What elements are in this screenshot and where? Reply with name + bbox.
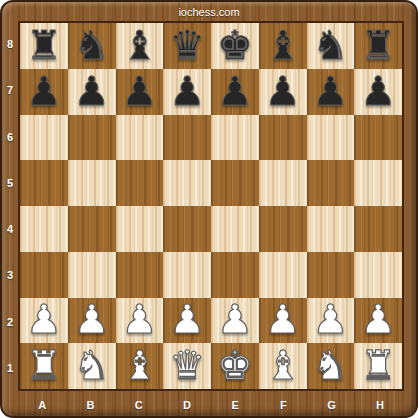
square-g1[interactable]: ♞ bbox=[307, 343, 355, 389]
white-pawn-g2[interactable]: ♟ bbox=[312, 299, 348, 339]
rank-label-4: 4 bbox=[2, 206, 18, 252]
white-bishop-f1[interactable]: ♝ bbox=[265, 345, 301, 385]
file-label-f: F bbox=[259, 391, 307, 418]
white-pawn-b2[interactable]: ♟ bbox=[74, 299, 110, 339]
square-c4[interactable] bbox=[116, 206, 164, 252]
black-bishop-c8[interactable]: ♝ bbox=[121, 25, 157, 65]
white-rook-a1[interactable]: ♜ bbox=[26, 345, 62, 385]
square-f5[interactable] bbox=[259, 160, 307, 206]
square-b2[interactable]: ♟ bbox=[68, 298, 116, 344]
square-b7[interactable]: ♟ bbox=[68, 69, 116, 115]
square-d4[interactable] bbox=[163, 206, 211, 252]
square-d7[interactable]: ♟ bbox=[163, 69, 211, 115]
square-a3[interactable] bbox=[20, 252, 68, 298]
black-pawn-h7[interactable]: ♟ bbox=[360, 71, 396, 111]
square-a6[interactable] bbox=[20, 115, 68, 161]
board: ♜♞♝♛♚♝♞♜♟♟♟♟♟♟♟♟♟♟♟♟♟♟♟♟♜♞♝♛♚♝♞♜ bbox=[18, 21, 404, 391]
white-pawn-f2[interactable]: ♟ bbox=[265, 299, 301, 339]
square-d5[interactable] bbox=[163, 160, 211, 206]
square-h8[interactable]: ♜ bbox=[354, 23, 402, 69]
black-bishop-f8[interactable]: ♝ bbox=[265, 25, 301, 65]
square-f1[interactable]: ♝ bbox=[259, 343, 307, 389]
square-a8[interactable]: ♜ bbox=[20, 23, 68, 69]
file-label-e: E bbox=[211, 391, 259, 418]
file-label-d: D bbox=[163, 391, 211, 418]
square-g6[interactable] bbox=[307, 115, 355, 161]
rank-labels: 87654321 bbox=[2, 21, 18, 391]
square-g8[interactable]: ♞ bbox=[307, 23, 355, 69]
square-e5[interactable] bbox=[211, 160, 259, 206]
square-d3[interactable] bbox=[163, 252, 211, 298]
square-h1[interactable]: ♜ bbox=[354, 343, 402, 389]
file-label-h: H bbox=[356, 391, 404, 418]
black-knight-g8[interactable]: ♞ bbox=[312, 25, 348, 65]
square-b6[interactable] bbox=[68, 115, 116, 161]
square-g5[interactable] bbox=[307, 160, 355, 206]
square-a2[interactable]: ♟ bbox=[20, 298, 68, 344]
square-h4[interactable] bbox=[354, 206, 402, 252]
square-f3[interactable] bbox=[259, 252, 307, 298]
square-h2[interactable]: ♟ bbox=[354, 298, 402, 344]
rank-label-5: 5 bbox=[2, 160, 18, 206]
square-g2[interactable]: ♟ bbox=[307, 298, 355, 344]
square-d8[interactable]: ♛ bbox=[163, 23, 211, 69]
square-e6[interactable] bbox=[211, 115, 259, 161]
square-b3[interactable] bbox=[68, 252, 116, 298]
rank-label-2: 2 bbox=[2, 299, 18, 345]
square-d6[interactable] bbox=[163, 115, 211, 161]
black-pawn-f7[interactable]: ♟ bbox=[265, 71, 301, 111]
black-pawn-c7[interactable]: ♟ bbox=[121, 71, 157, 111]
rank-label-7: 7 bbox=[2, 67, 18, 113]
square-f6[interactable] bbox=[259, 115, 307, 161]
square-e7[interactable]: ♟ bbox=[211, 69, 259, 115]
square-d2[interactable]: ♟ bbox=[163, 298, 211, 344]
square-h3[interactable] bbox=[354, 252, 402, 298]
white-rook-h1[interactable]: ♜ bbox=[360, 345, 396, 385]
black-pawn-d7[interactable]: ♟ bbox=[169, 71, 205, 111]
black-rook-a8[interactable]: ♜ bbox=[26, 25, 62, 65]
square-a4[interactable] bbox=[20, 206, 68, 252]
white-knight-b1[interactable]: ♞ bbox=[74, 345, 110, 385]
black-pawn-a7[interactable]: ♟ bbox=[26, 71, 62, 111]
black-king-e8[interactable]: ♚ bbox=[217, 25, 253, 65]
white-pawn-e2[interactable]: ♟ bbox=[217, 299, 253, 339]
file-label-c: C bbox=[115, 391, 163, 418]
file-label-a: A bbox=[18, 391, 66, 418]
square-g3[interactable] bbox=[307, 252, 355, 298]
square-h6[interactable] bbox=[354, 115, 402, 161]
white-bishop-c1[interactable]: ♝ bbox=[121, 345, 157, 385]
square-b8[interactable]: ♞ bbox=[68, 23, 116, 69]
black-pawn-b7[interactable]: ♟ bbox=[74, 71, 110, 111]
square-a5[interactable] bbox=[20, 160, 68, 206]
file-label-b: B bbox=[66, 391, 114, 418]
square-d1[interactable]: ♛ bbox=[163, 343, 211, 389]
square-c6[interactable] bbox=[116, 115, 164, 161]
black-pawn-g7[interactable]: ♟ bbox=[312, 71, 348, 111]
chess-app-window: iochess.com 87654321 ABCDEFGH ♜♞♝♛♚♝♞♜♟♟… bbox=[0, 0, 418, 418]
black-knight-b8[interactable]: ♞ bbox=[74, 25, 110, 65]
square-e3[interactable] bbox=[211, 252, 259, 298]
square-h7[interactable]: ♟ bbox=[354, 69, 402, 115]
white-queen-d1[interactable]: ♛ bbox=[169, 345, 205, 385]
rank-label-3: 3 bbox=[2, 252, 18, 298]
square-e8[interactable]: ♚ bbox=[211, 23, 259, 69]
white-pawn-c2[interactable]: ♟ bbox=[121, 299, 157, 339]
square-c8[interactable]: ♝ bbox=[116, 23, 164, 69]
rank-label-1: 1 bbox=[2, 345, 18, 391]
square-c2[interactable]: ♟ bbox=[116, 298, 164, 344]
square-b4[interactable] bbox=[68, 206, 116, 252]
square-c5[interactable] bbox=[116, 160, 164, 206]
file-label-g: G bbox=[308, 391, 356, 418]
square-f4[interactable] bbox=[259, 206, 307, 252]
square-f2[interactable]: ♟ bbox=[259, 298, 307, 344]
square-g4[interactable] bbox=[307, 206, 355, 252]
rank-label-8: 8 bbox=[2, 21, 18, 67]
white-pawn-d2[interactable]: ♟ bbox=[169, 299, 205, 339]
black-rook-h8[interactable]: ♜ bbox=[360, 25, 396, 65]
square-e1[interactable]: ♚ bbox=[211, 343, 259, 389]
white-pawn-h2[interactable]: ♟ bbox=[360, 299, 396, 339]
white-knight-g1[interactable]: ♞ bbox=[312, 345, 348, 385]
file-labels: ABCDEFGH bbox=[18, 391, 404, 418]
square-b5[interactable] bbox=[68, 160, 116, 206]
rank-label-6: 6 bbox=[2, 114, 18, 160]
square-c7[interactable]: ♟ bbox=[116, 69, 164, 115]
square-c3[interactable] bbox=[116, 252, 164, 298]
black-pawn-e7[interactable]: ♟ bbox=[217, 71, 253, 111]
square-e4[interactable] bbox=[211, 206, 259, 252]
square-f8[interactable]: ♝ bbox=[259, 23, 307, 69]
square-a1[interactable]: ♜ bbox=[20, 343, 68, 389]
square-c1[interactable]: ♝ bbox=[116, 343, 164, 389]
square-g7[interactable]: ♟ bbox=[307, 69, 355, 115]
white-king-e1[interactable]: ♚ bbox=[217, 345, 253, 385]
white-pawn-a2[interactable]: ♟ bbox=[26, 299, 62, 339]
square-e2[interactable]: ♟ bbox=[211, 298, 259, 344]
square-h5[interactable] bbox=[354, 160, 402, 206]
black-queen-d8[interactable]: ♛ bbox=[169, 25, 205, 65]
square-a7[interactable]: ♟ bbox=[20, 69, 68, 115]
site-watermark: iochess.com bbox=[2, 5, 416, 19]
square-b1[interactable]: ♞ bbox=[68, 343, 116, 389]
square-f7[interactable]: ♟ bbox=[259, 69, 307, 115]
